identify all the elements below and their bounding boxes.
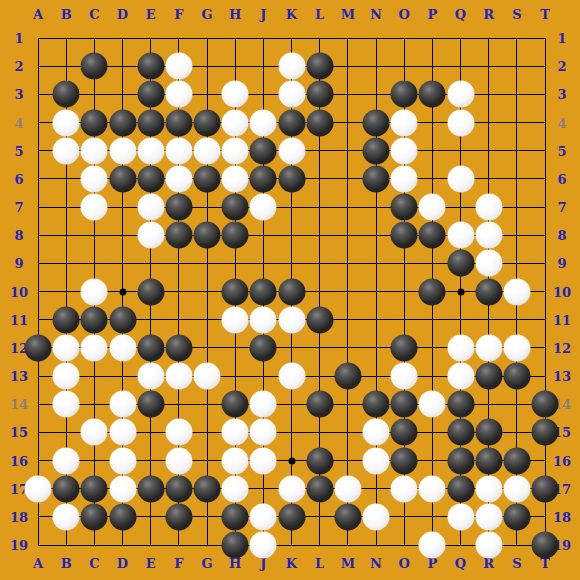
stone-white-r19 — [475, 532, 502, 559]
stone-white-b14 — [53, 391, 80, 418]
stone-white-h6 — [222, 165, 249, 192]
col-label-top-o: O — [398, 7, 409, 22]
stone-white-n16 — [363, 447, 390, 474]
col-label-top-n: N — [370, 7, 382, 22]
stone-white-d16 — [109, 447, 136, 474]
stone-white-d12 — [109, 334, 136, 361]
row-label-left-13: 13 — [10, 369, 28, 384]
col-label-top-e: E — [146, 7, 156, 22]
stone-black-e6 — [137, 165, 164, 192]
stone-white-q3 — [447, 81, 474, 108]
star-point-d10 — [119, 288, 126, 295]
stone-white-j18 — [250, 503, 277, 530]
stone-white-j4 — [250, 109, 277, 136]
stone-white-p19 — [419, 532, 446, 559]
stone-black-k4 — [278, 109, 305, 136]
stone-black-e17 — [137, 475, 164, 502]
stone-black-o15 — [391, 419, 418, 446]
stone-black-t15 — [532, 419, 559, 446]
grid-line-vertical — [545, 38, 546, 546]
row-label-right-8: 8 — [557, 228, 566, 243]
row-label-left-2: 2 — [14, 59, 23, 74]
row-label-left-14: 14 — [10, 397, 28, 412]
col-label-top-d: D — [117, 7, 128, 22]
stone-white-h16 — [222, 447, 249, 474]
stone-black-e3 — [137, 81, 164, 108]
stone-white-d17 — [109, 475, 136, 502]
stone-black-o16 — [391, 447, 418, 474]
stone-black-l2 — [306, 53, 333, 80]
stone-white-q4 — [447, 109, 474, 136]
stone-white-c6 — [81, 165, 108, 192]
stone-white-q12 — [447, 334, 474, 361]
stone-black-h8 — [222, 222, 249, 249]
stone-black-e10 — [137, 278, 164, 305]
stone-black-l4 — [306, 109, 333, 136]
stone-white-c5 — [81, 137, 108, 164]
stone-white-r18 — [475, 503, 502, 530]
stone-black-k6 — [278, 165, 305, 192]
row-label-left-3: 3 — [14, 87, 23, 102]
stone-black-g4 — [194, 109, 221, 136]
stone-black-d18 — [109, 503, 136, 530]
stone-black-q15 — [447, 419, 474, 446]
col-label-bottom-c: C — [89, 556, 99, 571]
stone-white-o4 — [391, 109, 418, 136]
col-label-bottom-o: O — [398, 556, 409, 571]
stone-white-e8 — [137, 222, 164, 249]
stone-black-n14 — [363, 391, 390, 418]
stone-black-g17 — [194, 475, 221, 502]
stone-black-s16 — [503, 447, 530, 474]
stone-white-k13 — [278, 363, 305, 390]
stone-white-g13 — [194, 363, 221, 390]
stone-white-r12 — [475, 334, 502, 361]
stone-white-r7 — [475, 194, 502, 221]
stone-white-s12 — [503, 334, 530, 361]
row-label-right-13: 13 — [553, 369, 571, 384]
col-label-top-j: J — [260, 7, 266, 22]
stone-black-c18 — [81, 503, 108, 530]
stone-black-o8 — [391, 222, 418, 249]
stone-white-f6 — [165, 165, 192, 192]
row-label-right-5: 5 — [557, 143, 566, 158]
stone-black-p10 — [419, 278, 446, 305]
stone-black-h19 — [222, 532, 249, 559]
stone-white-j19 — [250, 532, 277, 559]
stone-white-r17 — [475, 475, 502, 502]
col-label-top-p: P — [427, 7, 437, 22]
stone-white-h17 — [222, 475, 249, 502]
col-label-bottom-b: B — [61, 556, 72, 571]
stone-black-e12 — [137, 334, 164, 361]
stone-white-o6 — [391, 165, 418, 192]
stone-black-g8 — [194, 222, 221, 249]
stone-white-b13 — [53, 363, 80, 390]
row-label-right-11: 11 — [553, 312, 571, 327]
col-label-bottom-q: Q — [455, 556, 466, 571]
star-point-q10 — [457, 288, 464, 295]
stone-black-g6 — [194, 165, 221, 192]
row-label-right-9: 9 — [557, 256, 566, 271]
col-label-top-l: L — [315, 7, 324, 22]
stone-white-f2 — [165, 53, 192, 80]
stone-white-b16 — [53, 447, 80, 474]
stone-white-c10 — [81, 278, 108, 305]
stone-black-o7 — [391, 194, 418, 221]
col-label-bottom-m: M — [341, 556, 355, 571]
stone-white-o5 — [391, 137, 418, 164]
stone-black-t19 — [532, 532, 559, 559]
stone-black-b3 — [53, 81, 80, 108]
stone-white-o17 — [391, 475, 418, 502]
col-label-top-a: A — [33, 7, 43, 22]
stone-white-r8 — [475, 222, 502, 249]
stone-white-k3 — [278, 81, 305, 108]
stone-black-q17 — [447, 475, 474, 502]
stone-white-p7 — [419, 194, 446, 221]
col-label-top-b: B — [61, 7, 72, 22]
row-label-left-6: 6 — [14, 171, 23, 186]
col-label-top-m: M — [341, 7, 355, 22]
stone-white-r9 — [475, 250, 502, 277]
stone-white-h4 — [222, 109, 249, 136]
stone-black-f12 — [165, 334, 192, 361]
star-point-k16 — [288, 457, 295, 464]
stone-black-d11 — [109, 306, 136, 333]
stone-black-q14 — [447, 391, 474, 418]
row-label-right-2: 2 — [557, 59, 566, 74]
col-label-bottom-f: F — [174, 556, 183, 571]
stone-black-j6 — [250, 165, 277, 192]
col-label-top-q: Q — [455, 7, 466, 22]
stone-white-o13 — [391, 363, 418, 390]
row-label-left-4: 4 — [14, 115, 23, 130]
stone-white-d15 — [109, 419, 136, 446]
stone-black-c11 — [81, 306, 108, 333]
stone-black-d6 — [109, 165, 136, 192]
stone-black-q9 — [447, 250, 474, 277]
stone-white-h15 — [222, 419, 249, 446]
row-label-right-4: 4 — [557, 115, 566, 130]
stone-white-k17 — [278, 475, 305, 502]
stone-white-m17 — [334, 475, 361, 502]
row-label-right-3: 3 — [557, 87, 566, 102]
stone-black-e2 — [137, 53, 164, 80]
row-label-right-1: 1 — [557, 31, 566, 46]
stone-black-p8 — [419, 222, 446, 249]
stone-white-e7 — [137, 194, 164, 221]
row-label-right-6: 6 — [557, 171, 566, 186]
stone-white-d5 — [109, 137, 136, 164]
col-label-top-r: R — [483, 7, 494, 22]
stone-white-c12 — [81, 334, 108, 361]
stone-white-f5 — [165, 137, 192, 164]
stone-white-n18 — [363, 503, 390, 530]
col-label-bottom-e: E — [146, 556, 156, 571]
stone-black-h7 — [222, 194, 249, 221]
stone-black-h14 — [222, 391, 249, 418]
stone-black-d4 — [109, 109, 136, 136]
stone-black-f17 — [165, 475, 192, 502]
stone-white-s10 — [503, 278, 530, 305]
stone-black-r10 — [475, 278, 502, 305]
stone-white-f15 — [165, 419, 192, 446]
stone-black-b17 — [53, 475, 80, 502]
row-label-left-7: 7 — [14, 200, 23, 215]
stone-white-g5 — [194, 137, 221, 164]
col-label-bottom-g: G — [201, 556, 212, 571]
stone-black-p3 — [419, 81, 446, 108]
grid-line-horizontal — [38, 545, 546, 546]
stone-white-h11 — [222, 306, 249, 333]
stone-white-j15 — [250, 419, 277, 446]
stone-white-q8 — [447, 222, 474, 249]
stone-black-f18 — [165, 503, 192, 530]
row-label-left-8: 8 — [14, 228, 23, 243]
row-label-left-1: 1 — [14, 31, 23, 46]
stone-white-k5 — [278, 137, 305, 164]
stone-black-s13 — [503, 363, 530, 390]
col-label-top-g: G — [201, 7, 212, 22]
stone-white-b5 — [53, 137, 80, 164]
stone-white-q6 — [447, 165, 474, 192]
stone-white-j11 — [250, 306, 277, 333]
stone-black-n5 — [363, 137, 390, 164]
stone-black-r15 — [475, 419, 502, 446]
stone-black-f7 — [165, 194, 192, 221]
row-label-left-16: 16 — [10, 453, 28, 468]
stone-white-h3 — [222, 81, 249, 108]
stone-black-k10 — [278, 278, 305, 305]
stone-white-f3 — [165, 81, 192, 108]
stone-black-n4 — [363, 109, 390, 136]
col-label-bottom-a: A — [33, 556, 43, 571]
stone-white-b18 — [53, 503, 80, 530]
stone-black-l14 — [306, 391, 333, 418]
stone-white-h5 — [222, 137, 249, 164]
stone-black-c2 — [81, 53, 108, 80]
stone-black-q16 — [447, 447, 474, 474]
stone-black-j12 — [250, 334, 277, 361]
stone-black-n6 — [363, 165, 390, 192]
col-label-bottom-s: S — [512, 556, 521, 571]
col-label-bottom-d: D — [117, 556, 128, 571]
row-label-left-11: 11 — [10, 312, 28, 327]
stone-white-j14 — [250, 391, 277, 418]
stone-white-s17 — [503, 475, 530, 502]
stone-white-k2 — [278, 53, 305, 80]
row-label-right-12: 12 — [553, 340, 571, 355]
stone-white-e5 — [137, 137, 164, 164]
stone-white-c15 — [81, 419, 108, 446]
stone-black-e14 — [137, 391, 164, 418]
col-label-top-t: T — [540, 7, 550, 22]
stone-black-h10 — [222, 278, 249, 305]
col-label-top-f: F — [174, 7, 183, 22]
stone-black-f4 — [165, 109, 192, 136]
col-label-top-s: S — [512, 7, 521, 22]
stone-black-t17 — [532, 475, 559, 502]
stone-white-c7 — [81, 194, 108, 221]
stone-white-e13 — [137, 363, 164, 390]
stone-white-b4 — [53, 109, 80, 136]
stone-black-o14 — [391, 391, 418, 418]
row-label-right-16: 16 — [553, 453, 571, 468]
stone-black-c4 — [81, 109, 108, 136]
stone-black-l11 — [306, 306, 333, 333]
stone-white-j7 — [250, 194, 277, 221]
stone-white-d14 — [109, 391, 136, 418]
row-label-right-18: 18 — [553, 509, 571, 524]
stone-white-b12 — [53, 334, 80, 361]
stone-black-m18 — [334, 503, 361, 530]
stone-black-l17 — [306, 475, 333, 502]
stone-black-l3 — [306, 81, 333, 108]
stone-black-k18 — [278, 503, 305, 530]
col-label-top-c: C — [89, 7, 99, 22]
row-label-right-7: 7 — [557, 200, 566, 215]
col-label-bottom-n: N — [370, 556, 382, 571]
stone-black-t14 — [532, 391, 559, 418]
stone-white-p14 — [419, 391, 446, 418]
col-label-bottom-l: L — [315, 556, 324, 571]
stone-black-e4 — [137, 109, 164, 136]
row-label-left-5: 5 — [14, 143, 23, 158]
stone-white-a17 — [25, 475, 52, 502]
stone-black-h18 — [222, 503, 249, 530]
stone-black-s18 — [503, 503, 530, 530]
col-label-bottom-k: K — [286, 556, 297, 571]
grid-line-vertical — [347, 38, 348, 546]
stone-white-k11 — [278, 306, 305, 333]
stone-black-r16 — [475, 447, 502, 474]
stone-white-f13 — [165, 363, 192, 390]
col-label-top-h: H — [229, 7, 241, 22]
stone-black-a12 — [25, 334, 52, 361]
col-label-top-k: K — [286, 7, 297, 22]
row-label-left-19: 19 — [10, 538, 28, 553]
stone-black-j10 — [250, 278, 277, 305]
stone-black-m13 — [334, 363, 361, 390]
row-label-left-9: 9 — [14, 256, 23, 271]
stone-white-f16 — [165, 447, 192, 474]
row-label-left-15: 15 — [10, 425, 28, 440]
stone-black-c17 — [81, 475, 108, 502]
row-label-right-10: 10 — [553, 284, 571, 299]
stone-black-o12 — [391, 334, 418, 361]
row-label-left-10: 10 — [10, 284, 28, 299]
stone-white-j16 — [250, 447, 277, 474]
stone-black-l16 — [306, 447, 333, 474]
stone-black-j5 — [250, 137, 277, 164]
row-label-left-18: 18 — [10, 509, 28, 524]
go-board[interactable]: AA11BB22CC33DD44EE55FF66GG77HH88JJ99KK10… — [0, 0, 580, 580]
stone-black-r13 — [475, 363, 502, 390]
stone-black-b11 — [53, 306, 80, 333]
stone-black-o3 — [391, 81, 418, 108]
stone-white-n15 — [363, 419, 390, 446]
stone-black-f8 — [165, 222, 192, 249]
stone-white-q18 — [447, 503, 474, 530]
stone-white-p17 — [419, 475, 446, 502]
stone-white-q13 — [447, 363, 474, 390]
